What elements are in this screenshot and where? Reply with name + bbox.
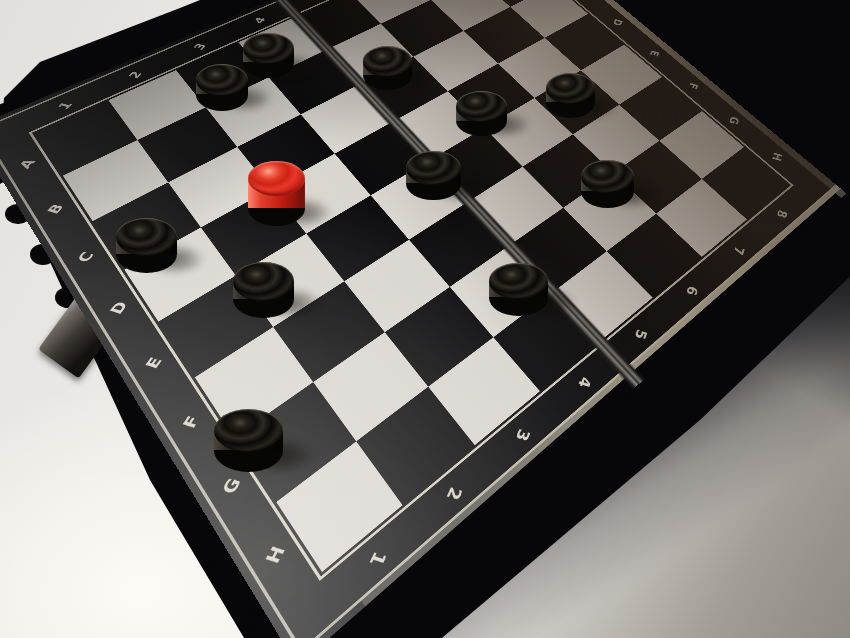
piece-top	[196, 64, 248, 96]
piece-black-C5[interactable]	[363, 46, 413, 91]
piece-black-C1[interactable]	[116, 218, 177, 273]
photo-scene: 12345678 ABCDEFGH ABCDEFGH 12345678	[0, 0, 850, 638]
piece-top	[456, 91, 507, 123]
piece-black-D4[interactable]	[406, 151, 460, 200]
piece-top	[214, 409, 283, 452]
piece-top	[489, 263, 548, 300]
piece-top	[546, 73, 595, 103]
piece-top	[363, 46, 413, 77]
piece-top	[581, 160, 634, 193]
piece-black-D2[interactable]	[233, 262, 295, 318]
piece-black-D6[interactable]	[456, 91, 507, 137]
piece-top	[243, 33, 293, 64]
piece-black-A3[interactable]	[196, 64, 248, 111]
piece-black-E7[interactable]	[546, 73, 595, 117]
piece-black-A4[interactable]	[243, 33, 293, 78]
piece-black-F6[interactable]	[581, 160, 634, 208]
piece-top	[248, 161, 305, 196]
piece-top	[233, 262, 295, 300]
piece-red-C3[interactable]	[248, 161, 305, 226]
piece-top	[116, 218, 177, 256]
piece-top	[406, 151, 460, 185]
piece-black-F4[interactable]	[489, 263, 548, 316]
piece-black-G1[interactable]	[214, 409, 283, 471]
